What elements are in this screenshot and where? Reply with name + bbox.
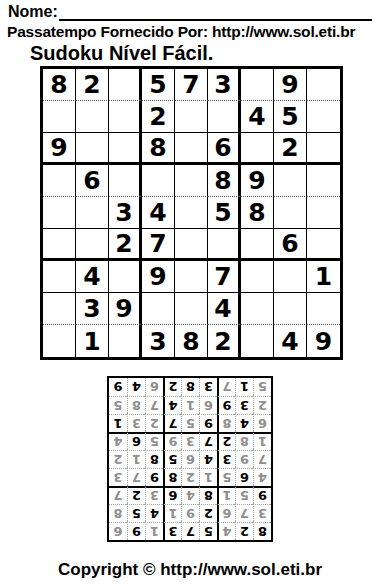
- solution-cell-r2c4: 2: [199, 504, 217, 522]
- solution-cell-r4c8: 7: [127, 468, 145, 486]
- solution-cell-r3c7: 3: [145, 486, 163, 504]
- puzzle-cell-r5c6: 5: [208, 197, 241, 229]
- puzzle-cell-r1c6: 3: [208, 69, 241, 101]
- puzzle-cell-r5c5: [175, 197, 208, 229]
- puzzle-cell-r3c2: [76, 133, 109, 165]
- solution-cell-r1c6: 3: [163, 522, 181, 540]
- puzzle-cell-r2c4: 2: [142, 101, 175, 133]
- solution-cell-r3c6: 6: [163, 486, 181, 504]
- solution-cell-r2c9: 8: [109, 504, 127, 522]
- solution-cell-r3c8: 2: [127, 486, 145, 504]
- puzzle-cell-r9c3: [109, 325, 142, 357]
- solution-cell-r4c2: 6: [235, 468, 253, 486]
- puzzle-cell-r6c4: 7: [142, 229, 175, 261]
- puzzle-cell-r5c8: [274, 197, 307, 229]
- puzzle-cell-r1c9: [307, 69, 340, 101]
- solution-cell-r6c1: 1: [253, 432, 271, 450]
- solution-cell-r1c1: 8: [253, 522, 271, 540]
- solution-sudoku-grid: 8245731963762914589518463274651289737934…: [107, 376, 273, 542]
- solution-cell-r2c3: 6: [217, 504, 235, 522]
- solution-cell-r6c7: 5: [145, 432, 163, 450]
- puzzle-cell-r9c4: 3: [142, 325, 175, 357]
- solution-cell-r1c4: 5: [199, 522, 217, 540]
- puzzle-cell-r1c3: [109, 69, 142, 101]
- puzzle-cell-r4c5: [175, 165, 208, 197]
- puzzle-cell-r2c8: 5: [274, 101, 307, 133]
- solution-cell-r9c7: 6: [145, 378, 163, 396]
- puzzle-cell-r3c3: [109, 133, 142, 165]
- provided-by-text: Passatempo Fornecido Por: http://www.sol…: [7, 23, 355, 41]
- puzzle-cell-r4c4: [142, 165, 175, 197]
- puzzle-cell-r8c9: [307, 293, 340, 325]
- puzzle-cell-r7c6: 7: [208, 261, 241, 293]
- puzzle-cell-r7c8: [274, 261, 307, 293]
- solution-cell-r3c5: 4: [181, 486, 199, 504]
- solution-cell-r9c9: 9: [109, 378, 127, 396]
- puzzle-cell-r4c2: 6: [76, 165, 109, 197]
- solution-cell-r8c5: 1: [181, 396, 199, 414]
- name-label: Nome:: [8, 3, 58, 21]
- puzzle-cell-r7c2: 4: [76, 261, 109, 293]
- solution-cell-r5c7: 8: [145, 450, 163, 468]
- solution-cell-r4c6: 8: [163, 468, 181, 486]
- name-row: Nome:: [8, 3, 372, 21]
- name-underline: [59, 5, 372, 21]
- solution-cell-r9c3: 7: [217, 378, 235, 396]
- solution-cell-r7c8: 3: [127, 414, 145, 432]
- solution-cell-r1c3: 4: [217, 522, 235, 540]
- solution-cell-r8c1: 2: [253, 396, 271, 414]
- solution-cell-r7c7: 2: [145, 414, 163, 432]
- puzzle-cell-r8c3: 9: [109, 293, 142, 325]
- solution-cell-r9c2: 1: [235, 378, 253, 396]
- solution-cell-r7c9: 1: [109, 414, 127, 432]
- solution-cell-r8c3: 9: [217, 396, 235, 414]
- puzzle-cell-r8c7: [241, 293, 274, 325]
- puzzle-cell-r8c1: [43, 293, 76, 325]
- puzzle-cell-r3c4: 8: [142, 133, 175, 165]
- page-title: Sudoku Nível Fácil.: [30, 42, 213, 65]
- puzzle-cell-r1c2: 2: [76, 69, 109, 101]
- puzzle-cell-r6c2: [76, 229, 109, 261]
- solution-cell-r7c5: 5: [181, 414, 199, 432]
- solution-cell-r3c2: 5: [235, 486, 253, 504]
- puzzle-cell-r5c4: 4: [142, 197, 175, 229]
- solution-cell-r4c5: 2: [181, 468, 199, 486]
- solution-cell-r3c3: 1: [217, 486, 235, 504]
- solution-cell-r4c4: 1: [199, 468, 217, 486]
- page-root: { "game": "sudoku", "header": { "name_la…: [0, 0, 380, 585]
- solution-cell-r6c9: 4: [109, 432, 127, 450]
- puzzle-cell-r3c8: 2: [274, 133, 307, 165]
- puzzle-cell-r8c5: [175, 293, 208, 325]
- solution-cell-r5c1: 7: [253, 450, 271, 468]
- puzzle-cell-r8c4: [142, 293, 175, 325]
- solution-cell-r4c9: 3: [109, 468, 127, 486]
- puzzle-cell-r1c8: 9: [274, 69, 307, 101]
- solution-cell-r5c8: 1: [127, 450, 145, 468]
- puzzle-cell-r4c3: [109, 165, 142, 197]
- puzzle-cell-r5c2: [76, 197, 109, 229]
- puzzle-cell-r4c8: [274, 165, 307, 197]
- puzzle-cell-r5c3: 3: [109, 197, 142, 229]
- solution-cell-r4c3: 5: [217, 468, 235, 486]
- solution-cell-r8c6: 4: [163, 396, 181, 414]
- puzzle-cell-r1c4: 5: [142, 69, 175, 101]
- puzzle-cell-r2c6: [208, 101, 241, 133]
- solution-cell-r6c3: 2: [217, 432, 235, 450]
- puzzle-cell-r1c5: 7: [175, 69, 208, 101]
- solution-cell-r9c6: 2: [163, 378, 181, 396]
- solution-cell-r5c4: 4: [199, 450, 217, 468]
- solution-cell-r7c2: 4: [235, 414, 253, 432]
- puzzle-cell-r3c6: 6: [208, 133, 241, 165]
- solution-cell-r2c8: 5: [127, 504, 145, 522]
- puzzle-cell-r4c6: 8: [208, 165, 241, 197]
- puzzle-cell-r5c7: 8: [241, 197, 274, 229]
- solution-cell-r1c8: 9: [127, 522, 145, 540]
- puzzle-cell-r7c3: [109, 261, 142, 293]
- puzzle-cell-r2c7: 4: [241, 101, 274, 133]
- puzzle-cell-r2c5: [175, 101, 208, 133]
- puzzle-cell-r9c7: [241, 325, 274, 357]
- solution-cell-r6c4: 7: [199, 432, 217, 450]
- puzzle-cell-r1c7: [241, 69, 274, 101]
- solution-cell-r7c1: 6: [253, 414, 271, 432]
- solution-cell-r7c3: 8: [217, 414, 235, 432]
- solution-cell-r2c1: 3: [253, 504, 271, 522]
- solution-cell-r3c9: 7: [109, 486, 127, 504]
- solution-cell-r8c7: 7: [145, 396, 163, 414]
- solution-cell-r9c1: 5: [253, 378, 271, 396]
- solution-cell-r6c5: 3: [181, 432, 199, 450]
- solution-cell-r5c5: 6: [181, 450, 199, 468]
- puzzle-cell-r6c5: [175, 229, 208, 261]
- solution-cell-r8c4: 6: [199, 396, 217, 414]
- solution-cell-r7c4: 9: [199, 414, 217, 432]
- solution-cell-r8c8: 8: [127, 396, 145, 414]
- puzzle-cell-r2c1: [43, 101, 76, 133]
- puzzle-cell-r2c9: [307, 101, 340, 133]
- copyright-text: Copyright © http://www.sol.eti.br: [0, 560, 380, 580]
- solution-cell-r1c5: 7: [181, 522, 199, 540]
- solution-cell-r3c1: 9: [253, 486, 271, 504]
- main-sudoku-grid: 825739245986268934582764971394138249: [40, 66, 343, 360]
- puzzle-cell-r9c8: 4: [274, 325, 307, 357]
- solution-cell-r5c3: 3: [217, 450, 235, 468]
- puzzle-cell-r9c1: [43, 325, 76, 357]
- puzzle-cell-r3c5: [175, 133, 208, 165]
- puzzle-cell-r3c1: 9: [43, 133, 76, 165]
- solution-cell-r5c2: 9: [235, 450, 253, 468]
- puzzle-cell-r3c9: [307, 133, 340, 165]
- puzzle-cell-r4c9: [307, 165, 340, 197]
- solution-cell-r9c5: 8: [181, 378, 199, 396]
- solution-cell-r7c6: 7: [163, 414, 181, 432]
- solution-cell-r2c6: 1: [163, 504, 181, 522]
- puzzle-cell-r6c9: [307, 229, 340, 261]
- puzzle-cell-r2c3: [109, 101, 142, 133]
- solution-cell-r2c7: 4: [145, 504, 163, 522]
- puzzle-cell-r6c7: [241, 229, 274, 261]
- puzzle-cell-r8c2: 3: [76, 293, 109, 325]
- puzzle-cell-r1c1: 8: [43, 69, 76, 101]
- solution-cell-r6c6: 9: [163, 432, 181, 450]
- solution-cell-r1c2: 2: [235, 522, 253, 540]
- solution-cell-r4c1: 4: [253, 468, 271, 486]
- puzzle-cell-r4c7: 9: [241, 165, 274, 197]
- solution-cell-r8c2: 3: [235, 396, 253, 414]
- puzzle-cell-r7c1: [43, 261, 76, 293]
- solution-cell-r8c9: 5: [109, 396, 127, 414]
- solution-cell-r3c4: 8: [199, 486, 217, 504]
- puzzle-cell-r9c2: 1: [76, 325, 109, 357]
- solution-cell-r1c7: 1: [145, 522, 163, 540]
- puzzle-cell-r9c6: 2: [208, 325, 241, 357]
- solution-cell-r9c8: 4: [127, 378, 145, 396]
- puzzle-cell-r7c7: [241, 261, 274, 293]
- solution-cell-r5c9: 2: [109, 450, 127, 468]
- solution-cell-r5c6: 5: [163, 450, 181, 468]
- puzzle-cell-r2c2: [76, 101, 109, 133]
- puzzle-cell-r3c7: [241, 133, 274, 165]
- puzzle-cell-r5c9: [307, 197, 340, 229]
- puzzle-cell-r6c3: 2: [109, 229, 142, 261]
- puzzle-cell-r9c9: 9: [307, 325, 340, 357]
- puzzle-cell-r6c6: [208, 229, 241, 261]
- solution-cell-r6c2: 8: [235, 432, 253, 450]
- puzzle-cell-r7c9: 1: [307, 261, 340, 293]
- solution-cell-r1c9: 6: [109, 522, 127, 540]
- puzzle-cell-r8c8: [274, 293, 307, 325]
- solution-cell-r9c4: 3: [199, 378, 217, 396]
- puzzle-cell-r5c1: [43, 197, 76, 229]
- puzzle-cell-r9c5: 8: [175, 325, 208, 357]
- puzzle-cell-r6c1: [43, 229, 76, 261]
- puzzle-cell-r7c4: 9: [142, 261, 175, 293]
- solution-cell-r2c2: 7: [235, 504, 253, 522]
- solution-cell-r4c7: 9: [145, 468, 163, 486]
- puzzle-cell-r8c6: 4: [208, 293, 241, 325]
- puzzle-cell-r6c8: 6: [274, 229, 307, 261]
- puzzle-cell-r7c5: [175, 261, 208, 293]
- puzzle-cell-r4c1: [43, 165, 76, 197]
- solution-cell-r6c8: 6: [127, 432, 145, 450]
- solution-cell-r2c5: 9: [181, 504, 199, 522]
